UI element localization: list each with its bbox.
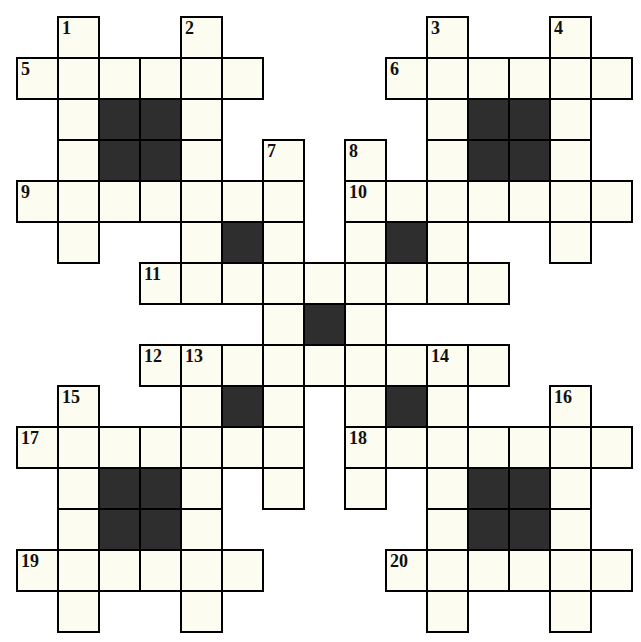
cell-r2c13[interactable] xyxy=(549,98,592,141)
clue-number-11: 11 xyxy=(144,264,161,284)
cell-r5c6[interactable] xyxy=(262,221,305,264)
cell-r6c11[interactable] xyxy=(467,262,510,305)
block-cell-r5c5 xyxy=(221,221,264,264)
cell-r12c13[interactable] xyxy=(549,508,592,551)
cell-r10c11[interactable] xyxy=(467,426,510,469)
clue-number-7: 7 xyxy=(267,141,276,161)
cell-r0c13[interactable]: 4 xyxy=(549,16,592,59)
clue-number-17: 17 xyxy=(21,428,39,448)
cell-r5c1[interactable] xyxy=(57,221,100,264)
cell-r1c5[interactable] xyxy=(221,57,264,100)
cell-r4c10[interactable] xyxy=(426,180,469,223)
cell-r5c8[interactable] xyxy=(344,221,387,264)
cell-r13c5[interactable] xyxy=(221,549,264,592)
cell-r11c6[interactable] xyxy=(262,467,305,510)
cell-r13c1[interactable] xyxy=(57,549,100,592)
cell-r9c6[interactable] xyxy=(262,385,305,428)
cell-r8c8[interactable] xyxy=(344,344,387,387)
block-cell-r7c7 xyxy=(303,303,346,346)
clue-number-20: 20 xyxy=(390,551,408,571)
clue-number-13: 13 xyxy=(185,346,203,366)
cell-r4c8[interactable]: 10 xyxy=(344,180,387,223)
block-cell-r12c11 xyxy=(467,508,510,551)
cell-r8c10[interactable]: 14 xyxy=(426,344,469,387)
cell-r13c3[interactable] xyxy=(139,549,182,592)
cell-r13c13[interactable] xyxy=(549,549,592,592)
cell-r9c13[interactable]: 16 xyxy=(549,385,592,428)
cell-r11c10[interactable] xyxy=(426,467,469,510)
block-cell-r9c5 xyxy=(221,385,264,428)
cell-r1c0[interactable]: 5 xyxy=(16,57,59,100)
clue-number-12: 12 xyxy=(144,346,162,366)
cell-r10c8[interactable]: 18 xyxy=(344,426,387,469)
cell-r13c12[interactable] xyxy=(508,549,551,592)
cell-r0c10[interactable]: 3 xyxy=(426,16,469,59)
block-cell-r11c3 xyxy=(139,467,182,510)
cell-r13c0[interactable]: 19 xyxy=(16,549,59,592)
cell-r1c2[interactable] xyxy=(98,57,141,100)
block-cell-r2c2 xyxy=(98,98,141,141)
cell-r2c1[interactable] xyxy=(57,98,100,141)
block-cell-r3c12 xyxy=(508,139,551,182)
block-cell-r11c2 xyxy=(98,467,141,510)
block-cell-r11c12 xyxy=(508,467,551,510)
block-cell-r3c3 xyxy=(139,139,182,182)
block-cell-r11c11 xyxy=(467,467,510,510)
block-cell-r3c2 xyxy=(98,139,141,182)
cell-r9c4[interactable] xyxy=(180,385,223,428)
cell-r3c1[interactable] xyxy=(57,139,100,182)
block-cell-r12c2 xyxy=(98,508,141,551)
block-cell-r5c9 xyxy=(385,221,428,264)
cell-r8c9[interactable] xyxy=(385,344,428,387)
cell-r1c12[interactable] xyxy=(508,57,551,100)
block-cell-r2c3 xyxy=(139,98,182,141)
cell-r11c4[interactable] xyxy=(180,467,223,510)
cell-r10c14[interactable] xyxy=(590,426,633,469)
cell-r3c13[interactable] xyxy=(549,139,592,182)
clue-number-1: 1 xyxy=(62,18,71,38)
cell-r10c6[interactable] xyxy=(262,426,305,469)
cell-r4c5[interactable] xyxy=(221,180,264,223)
cell-r7c8[interactable] xyxy=(344,303,387,346)
cell-r10c1[interactable] xyxy=(57,426,100,469)
cell-r4c12[interactable] xyxy=(508,180,551,223)
cell-r10c9[interactable] xyxy=(385,426,428,469)
cell-r13c4[interactable] xyxy=(180,549,223,592)
cell-r9c10[interactable] xyxy=(426,385,469,428)
block-cell-r12c3 xyxy=(139,508,182,551)
block-cell-r9c9 xyxy=(385,385,428,428)
cell-r1c1[interactable] xyxy=(57,57,100,100)
block-cell-r2c11 xyxy=(467,98,510,141)
cell-r5c4[interactable] xyxy=(180,221,223,264)
clue-number-2: 2 xyxy=(185,18,194,38)
clue-number-18: 18 xyxy=(349,428,367,448)
cell-r11c13[interactable] xyxy=(549,467,592,510)
cell-r1c13[interactable] xyxy=(549,57,592,100)
clue-number-14: 14 xyxy=(431,346,449,366)
clue-number-5: 5 xyxy=(21,59,30,79)
cell-r4c6[interactable] xyxy=(262,180,305,223)
cell-r8c6[interactable] xyxy=(262,344,305,387)
clue-number-10: 10 xyxy=(349,182,367,202)
cell-r1c4[interactable] xyxy=(180,57,223,100)
clue-number-8: 8 xyxy=(349,141,358,161)
cell-r4c2[interactable] xyxy=(98,180,141,223)
cell-r11c1[interactable] xyxy=(57,467,100,510)
cell-r4c1[interactable] xyxy=(57,180,100,223)
block-cell-r3c11 xyxy=(467,139,510,182)
cell-r13c9[interactable]: 20 xyxy=(385,549,428,592)
cell-r10c13[interactable] xyxy=(549,426,592,469)
cell-r1c9[interactable]: 6 xyxy=(385,57,428,100)
clue-number-9: 9 xyxy=(21,182,30,202)
clue-number-15: 15 xyxy=(62,387,80,407)
cell-r14c10[interactable] xyxy=(426,590,469,633)
cell-r4c0[interactable]: 9 xyxy=(16,180,59,223)
clue-number-6: 6 xyxy=(390,59,399,79)
cell-r2c10[interactable] xyxy=(426,98,469,141)
cell-r3c4[interactable] xyxy=(180,139,223,182)
crossword-board: 1234567891011121314151617181920 xyxy=(17,17,632,632)
cell-r8c3[interactable]: 12 xyxy=(139,344,182,387)
cell-r6c4[interactable] xyxy=(180,262,223,305)
cell-r10c3[interactable] xyxy=(139,426,182,469)
cell-r4c11[interactable] xyxy=(467,180,510,223)
block-cell-r12c12 xyxy=(508,508,551,551)
cell-r3c10[interactable] xyxy=(426,139,469,182)
cell-r0c1[interactable]: 1 xyxy=(57,16,100,59)
cell-r9c1[interactable]: 15 xyxy=(57,385,100,428)
cell-r1c3[interactable] xyxy=(139,57,182,100)
cell-r12c4[interactable] xyxy=(180,508,223,551)
cell-r14c1[interactable] xyxy=(57,590,100,633)
cell-r13c10[interactable] xyxy=(426,549,469,592)
cell-r2c4[interactable] xyxy=(180,98,223,141)
cell-r3c6[interactable]: 7 xyxy=(262,139,305,182)
cell-r12c10[interactable] xyxy=(426,508,469,551)
cell-r10c0[interactable]: 17 xyxy=(16,426,59,469)
cell-r1c11[interactable] xyxy=(467,57,510,100)
cell-r8c5[interactable] xyxy=(221,344,264,387)
cell-r6c5[interactable] xyxy=(221,262,264,305)
cell-r6c8[interactable] xyxy=(344,262,387,305)
block-cell-r2c12 xyxy=(508,98,551,141)
cell-r10c12[interactable] xyxy=(508,426,551,469)
cell-r8c11[interactable] xyxy=(467,344,510,387)
cell-r10c4[interactable] xyxy=(180,426,223,469)
cell-r4c13[interactable] xyxy=(549,180,592,223)
cell-r4c4[interactable] xyxy=(180,180,223,223)
cell-r1c14[interactable] xyxy=(590,57,633,100)
cell-r6c3[interactable]: 11 xyxy=(139,262,182,305)
cell-r4c3[interactable] xyxy=(139,180,182,223)
cell-r13c11[interactable] xyxy=(467,549,510,592)
clue-number-16: 16 xyxy=(554,387,572,407)
cell-r0c4[interactable]: 2 xyxy=(180,16,223,59)
cell-r4c14[interactable] xyxy=(590,180,633,223)
cell-r12c1[interactable] xyxy=(57,508,100,551)
cell-r3c8[interactable]: 8 xyxy=(344,139,387,182)
cell-r6c6[interactable] xyxy=(262,262,305,305)
cell-r8c7[interactable] xyxy=(303,344,346,387)
cell-r13c14[interactable] xyxy=(590,549,633,592)
cell-r10c5[interactable] xyxy=(221,426,264,469)
cell-r7c6[interactable] xyxy=(262,303,305,346)
cell-r5c10[interactable] xyxy=(426,221,469,264)
cell-r10c10[interactable] xyxy=(426,426,469,469)
cell-r6c10[interactable] xyxy=(426,262,469,305)
cell-r8c4[interactable]: 13 xyxy=(180,344,223,387)
cell-r9c8[interactable] xyxy=(344,385,387,428)
cell-r6c7[interactable] xyxy=(303,262,346,305)
cell-r13c2[interactable] xyxy=(98,549,141,592)
cell-r11c8[interactable] xyxy=(344,467,387,510)
cell-r10c2[interactable] xyxy=(98,426,141,469)
cell-r14c4[interactable] xyxy=(180,590,223,633)
cell-r4c9[interactable] xyxy=(385,180,428,223)
clue-number-4: 4 xyxy=(554,18,563,38)
cell-r6c9[interactable] xyxy=(385,262,428,305)
cell-r5c13[interactable] xyxy=(549,221,592,264)
clue-number-3: 3 xyxy=(431,18,440,38)
cell-r14c13[interactable] xyxy=(549,590,592,633)
cell-r1c10[interactable] xyxy=(426,57,469,100)
clue-number-19: 19 xyxy=(21,551,39,571)
